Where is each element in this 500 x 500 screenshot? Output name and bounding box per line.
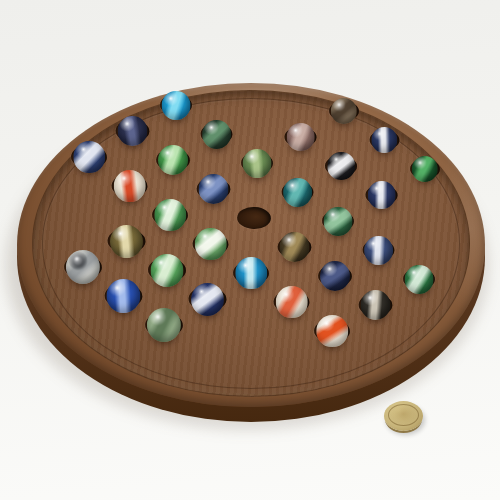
coin-crest: [388, 404, 419, 426]
marble-cyan-blue-swirl[interactable]: [235, 257, 267, 289]
marble-smoky-black-white-band[interactable]: [360, 290, 390, 320]
marble-white-orange-swirl[interactable]: [316, 315, 348, 347]
marble-black-white-band[interactable]: [327, 152, 355, 180]
marble-teal-green-swirl[interactable]: [283, 178, 312, 207]
marble-white-red-swirl[interactable]: [114, 170, 146, 202]
marble-royal-blue-white[interactable]: [106, 279, 140, 313]
scale-coin: [384, 401, 423, 431]
marble-green-white-swirl[interactable]: [405, 265, 434, 294]
marble-olive-amber-band[interactable]: [110, 224, 143, 257]
marble-white-coral-swirl[interactable]: [276, 286, 308, 318]
marble-dark-green[interactable]: [412, 156, 438, 182]
photo-stage: [0, 0, 500, 500]
marble-dark-navy[interactable]: [320, 261, 350, 291]
marble-bright-green-white[interactable]: [158, 145, 188, 175]
marble-smoky-brown[interactable]: [331, 98, 357, 124]
marble-green-white-cats-eye[interactable]: [154, 199, 186, 231]
marble-teal-blue[interactable]: [162, 91, 191, 120]
marble-green-light-band[interactable]: [324, 207, 353, 236]
marble-navy-white-bands[interactable]: [73, 141, 105, 173]
marble-light-green-white[interactable]: [150, 253, 183, 286]
marble-grey-white-eye[interactable]: [66, 250, 100, 284]
marble-olive-green[interactable]: [243, 149, 272, 178]
marble-navy-white-band[interactable]: [191, 282, 224, 315]
marble-navy-white-wisp[interactable]: [368, 181, 396, 209]
marble-mauve-swirl[interactable]: [287, 123, 315, 151]
marble-slate-blue-white-s[interactable]: [364, 236, 393, 265]
marble-ink-navy[interactable]: [117, 116, 147, 146]
marble-green-cats-eye[interactable]: [195, 228, 227, 260]
hole-pit: [230, 202, 278, 233]
marble-navy-white-swirl[interactable]: [371, 127, 397, 153]
marble-dark-forest-green[interactable]: [202, 120, 231, 149]
marble-sage-green-swirl[interactable]: [147, 308, 181, 342]
marble-olive-brown-metallic[interactable]: [279, 232, 309, 262]
marble-navy-blue-swirl[interactable]: [198, 174, 228, 204]
